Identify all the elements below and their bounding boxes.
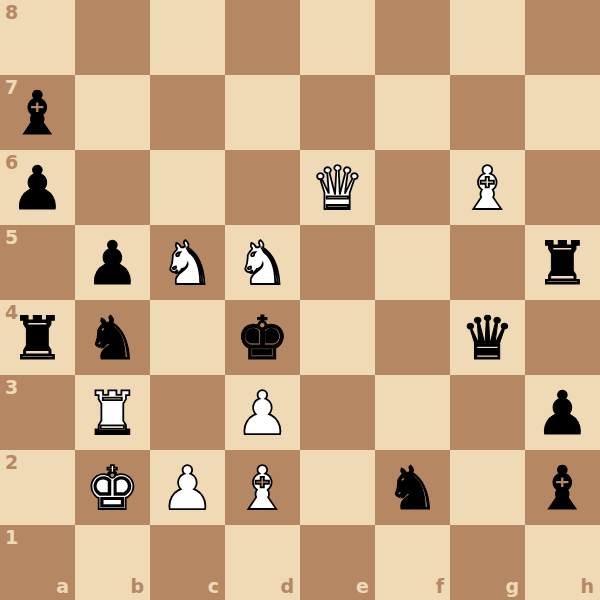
black-rook-a4[interactable]: ♜ [0,300,75,375]
white-king-b2[interactable]: ♚ [75,450,150,525]
square-e3[interactable] [300,375,375,450]
square-g5[interactable] [450,225,525,300]
square-a7[interactable]: 7♝ [0,75,75,150]
white-bishop-d2[interactable]: ♝ [225,450,300,525]
rank-label-2: 2 [5,453,18,472]
square-b4[interactable]: ♞ [75,300,150,375]
rank-label-3: 3 [5,378,18,397]
square-b3[interactable]: ♜ [75,375,150,450]
square-g6[interactable]: ♝ [450,150,525,225]
square-e8[interactable] [300,0,375,75]
square-b5[interactable]: ♟ [75,225,150,300]
rank-label-1: 1 [5,528,18,547]
square-e4[interactable] [300,300,375,375]
square-d4[interactable]: ♚ [225,300,300,375]
square-b1[interactable]: b [75,525,150,600]
square-d2[interactable]: ♝ [225,450,300,525]
square-a8[interactable]: 8 [0,0,75,75]
file-label-d: d [280,577,294,596]
square-f8[interactable] [375,0,450,75]
black-rook-h5[interactable]: ♜ [525,225,600,300]
black-pawn-b5[interactable]: ♟ [75,225,150,300]
black-bishop-h2[interactable]: ♝ [525,450,600,525]
square-d3[interactable]: ♟ [225,375,300,450]
square-d6[interactable] [225,150,300,225]
square-g2[interactable] [450,450,525,525]
square-c8[interactable] [150,0,225,75]
square-a1[interactable]: 1a [0,525,75,600]
black-pawn-a6[interactable]: ♟ [0,150,75,225]
square-c2[interactable]: ♟ [150,450,225,525]
white-pawn-c2[interactable]: ♟ [150,450,225,525]
black-knight-f2[interactable]: ♞ [375,450,450,525]
square-e1[interactable]: e [300,525,375,600]
white-pawn-d3[interactable]: ♟ [225,375,300,450]
black-king-d4[interactable]: ♚ [225,300,300,375]
square-f1[interactable]: f [375,525,450,600]
file-label-c: c [208,577,219,596]
square-b2[interactable]: ♚ [75,450,150,525]
rank-label-5: 5 [5,228,18,247]
square-c3[interactable] [150,375,225,450]
square-g4[interactable]: ♛ [450,300,525,375]
square-d7[interactable] [225,75,300,150]
square-f6[interactable] [375,150,450,225]
square-b7[interactable] [75,75,150,150]
white-rook-b3[interactable]: ♜ [75,375,150,450]
square-c7[interactable] [150,75,225,150]
square-b8[interactable] [75,0,150,75]
square-a4[interactable]: 4♜ [0,300,75,375]
square-a6[interactable]: 6♟ [0,150,75,225]
square-f2[interactable]: ♞ [375,450,450,525]
square-c5[interactable]: ♞ [150,225,225,300]
black-pawn-h3[interactable]: ♟ [525,375,600,450]
white-queen-e6[interactable]: ♛ [300,150,375,225]
square-d5[interactable]: ♞ [225,225,300,300]
square-f5[interactable] [375,225,450,300]
white-knight-c5[interactable]: ♞ [150,225,225,300]
square-e7[interactable] [300,75,375,150]
square-d1[interactable]: d [225,525,300,600]
square-e2[interactable] [300,450,375,525]
rank-label-8: 8 [5,3,18,22]
square-a2[interactable]: 2 [0,450,75,525]
square-a5[interactable]: 5 [0,225,75,300]
black-bishop-a7[interactable]: ♝ [0,75,75,150]
square-f4[interactable] [375,300,450,375]
file-label-b: b [130,577,144,596]
square-h5[interactable]: ♜ [525,225,600,300]
white-bishop-g6[interactable]: ♝ [450,150,525,225]
square-g1[interactable]: g [450,525,525,600]
black-knight-b4[interactable]: ♞ [75,300,150,375]
square-h2[interactable]: ♝ [525,450,600,525]
square-c1[interactable]: c [150,525,225,600]
square-d8[interactable] [225,0,300,75]
square-e5[interactable] [300,225,375,300]
square-a3[interactable]: 3 [0,375,75,450]
square-h3[interactable]: ♟ [525,375,600,450]
square-c6[interactable] [150,150,225,225]
square-g8[interactable] [450,0,525,75]
square-h4[interactable] [525,300,600,375]
square-h8[interactable] [525,0,600,75]
white-knight-d5[interactable]: ♞ [225,225,300,300]
square-e6[interactable]: ♛ [300,150,375,225]
square-b6[interactable] [75,150,150,225]
square-h1[interactable]: h [525,525,600,600]
file-label-f: f [436,577,444,596]
square-f7[interactable] [375,75,450,150]
square-f3[interactable] [375,375,450,450]
square-c4[interactable] [150,300,225,375]
file-label-h: h [580,577,594,596]
square-g3[interactable] [450,375,525,450]
file-label-e: e [356,577,369,596]
file-label-g: g [505,577,519,596]
square-g7[interactable] [450,75,525,150]
file-label-a: a [56,577,69,596]
square-h6[interactable] [525,150,600,225]
chess-board: 87♝6♟♛♝5♟♞♞♜4♜♞♚♛3♜♟♟2♚♟♝♞♝1abcdefgh [0,0,600,600]
black-queen-g4[interactable]: ♛ [450,300,525,375]
square-h7[interactable] [525,75,600,150]
